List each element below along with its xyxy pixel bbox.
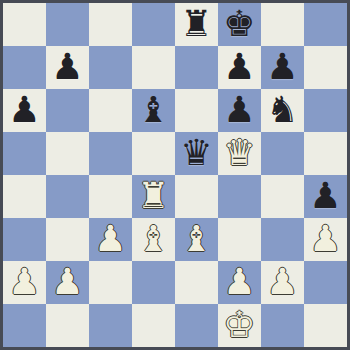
square-c8[interactable] [89, 3, 132, 46]
square-h7[interactable] [304, 46, 347, 89]
square-a5[interactable] [3, 132, 46, 175]
piece-white-queen[interactable]: ♛ [223, 131, 255, 174]
square-d6[interactable]: ♝ [132, 89, 175, 132]
square-e8[interactable]: ♜ [175, 3, 218, 46]
square-g2[interactable]: ♟ [261, 261, 304, 304]
square-a6[interactable]: ♟ [3, 89, 46, 132]
piece-white-pawn[interactable]: ♟ [266, 260, 298, 303]
square-f2[interactable]: ♟ [218, 261, 261, 304]
square-c6[interactable] [89, 89, 132, 132]
piece-black-pawn[interactable]: ♟ [223, 45, 255, 88]
square-f7[interactable]: ♟ [218, 46, 261, 89]
piece-black-pawn[interactable]: ♟ [309, 174, 341, 217]
square-a4[interactable] [3, 175, 46, 218]
square-g1[interactable] [261, 304, 304, 347]
square-b7[interactable]: ♟ [46, 46, 89, 89]
piece-white-pawn[interactable]: ♟ [51, 260, 83, 303]
square-a7[interactable] [3, 46, 46, 89]
square-h5[interactable] [304, 132, 347, 175]
square-b2[interactable]: ♟ [46, 261, 89, 304]
square-a8[interactable] [3, 3, 46, 46]
square-a2[interactable]: ♟ [3, 261, 46, 304]
square-d3[interactable]: ♝ [132, 218, 175, 261]
piece-white-pawn[interactable]: ♟ [223, 260, 255, 303]
square-d5[interactable] [132, 132, 175, 175]
square-h2[interactable] [304, 261, 347, 304]
piece-black-pawn[interactable]: ♟ [8, 88, 40, 131]
square-f3[interactable] [218, 218, 261, 261]
square-c4[interactable] [89, 175, 132, 218]
chess-board: ♜♚♟♟♟♟♝♟♞♛♛♜♟♟♝♝♟♟♟♟♟♚ [3, 3, 347, 347]
square-h6[interactable] [304, 89, 347, 132]
square-f8[interactable]: ♚ [218, 3, 261, 46]
piece-black-queen[interactable]: ♛ [180, 131, 212, 174]
square-c7[interactable] [89, 46, 132, 89]
square-f6[interactable]: ♟ [218, 89, 261, 132]
square-b3[interactable] [46, 218, 89, 261]
square-f4[interactable] [218, 175, 261, 218]
square-g6[interactable]: ♞ [261, 89, 304, 132]
piece-white-king[interactable]: ♚ [223, 303, 255, 346]
piece-black-bishop[interactable]: ♝ [137, 88, 169, 131]
square-e4[interactable] [175, 175, 218, 218]
square-d8[interactable] [132, 3, 175, 46]
square-e6[interactable] [175, 89, 218, 132]
square-e1[interactable] [175, 304, 218, 347]
square-b8[interactable] [46, 3, 89, 46]
chess-board-frame: ♜♚♟♟♟♟♝♟♞♛♛♜♟♟♝♝♟♟♟♟♟♚ [0, 0, 350, 350]
square-h8[interactable] [304, 3, 347, 46]
square-f1[interactable]: ♚ [218, 304, 261, 347]
piece-black-knight[interactable]: ♞ [266, 88, 298, 131]
piece-white-pawn[interactable]: ♟ [94, 217, 126, 260]
piece-white-pawn[interactable]: ♟ [309, 217, 341, 260]
square-c1[interactable] [89, 304, 132, 347]
square-c5[interactable] [89, 132, 132, 175]
square-f5[interactable]: ♛ [218, 132, 261, 175]
square-e2[interactable] [175, 261, 218, 304]
square-b1[interactable] [46, 304, 89, 347]
square-b4[interactable] [46, 175, 89, 218]
square-d2[interactable] [132, 261, 175, 304]
piece-white-rook[interactable]: ♜ [137, 174, 169, 217]
square-d1[interactable] [132, 304, 175, 347]
piece-black-pawn[interactable]: ♟ [266, 45, 298, 88]
piece-white-pawn[interactable]: ♟ [8, 260, 40, 303]
square-d7[interactable] [132, 46, 175, 89]
square-e5[interactable]: ♛ [175, 132, 218, 175]
square-g5[interactable] [261, 132, 304, 175]
square-a1[interactable] [3, 304, 46, 347]
square-g4[interactable] [261, 175, 304, 218]
square-c2[interactable] [89, 261, 132, 304]
square-b6[interactable] [46, 89, 89, 132]
square-c3[interactable]: ♟ [89, 218, 132, 261]
square-b5[interactable] [46, 132, 89, 175]
piece-white-bishop[interactable]: ♝ [180, 217, 212, 260]
piece-black-pawn[interactable]: ♟ [51, 45, 83, 88]
piece-black-pawn[interactable]: ♟ [223, 88, 255, 131]
square-h3[interactable]: ♟ [304, 218, 347, 261]
square-a3[interactable] [3, 218, 46, 261]
square-e3[interactable]: ♝ [175, 218, 218, 261]
square-h1[interactable] [304, 304, 347, 347]
square-e7[interactable] [175, 46, 218, 89]
square-h4[interactable]: ♟ [304, 175, 347, 218]
square-d4[interactable]: ♜ [132, 175, 175, 218]
square-g3[interactable] [261, 218, 304, 261]
piece-white-bishop[interactable]: ♝ [137, 217, 169, 260]
piece-black-rook[interactable]: ♜ [180, 2, 212, 45]
square-g7[interactable]: ♟ [261, 46, 304, 89]
piece-black-king[interactable]: ♚ [223, 2, 255, 45]
square-g8[interactable] [261, 3, 304, 46]
